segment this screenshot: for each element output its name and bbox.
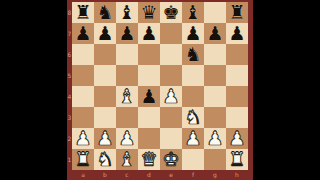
- file-label-h: h: [226, 170, 248, 179]
- square-d8[interactable]: ♛: [138, 2, 160, 23]
- black-pawn-c7[interactable]: ♟: [118, 24, 135, 43]
- square-c4[interactable]: ♝: [116, 86, 138, 107]
- square-g3[interactable]: [204, 107, 226, 128]
- white-knight-f3[interactable]: ♞: [184, 108, 201, 127]
- file-label-b: b: [94, 170, 116, 179]
- file-label-f: f: [182, 170, 204, 179]
- file-label-g: g: [204, 170, 226, 179]
- white-pawn-a2[interactable]: ♟: [74, 129, 91, 148]
- white-pawn-c2[interactable]: ♟: [118, 129, 135, 148]
- square-b4[interactable]: [94, 86, 116, 107]
- black-pawn-f7[interactable]: ♟: [184, 24, 201, 43]
- square-f5[interactable]: [182, 65, 204, 86]
- white-pawn-b2[interactable]: ♟: [96, 129, 113, 148]
- square-c5[interactable]: [116, 65, 138, 86]
- square-e5[interactable]: [160, 65, 182, 86]
- black-pawn-b7[interactable]: ♟: [96, 24, 113, 43]
- square-d1[interactable]: ♛: [138, 149, 160, 170]
- black-king-e8[interactable]: ♚: [162, 3, 179, 22]
- black-pawn-g7[interactable]: ♟: [206, 24, 223, 43]
- square-h7[interactable]: ♟: [226, 23, 248, 44]
- square-e3[interactable]: [160, 107, 182, 128]
- square-a3[interactable]: [72, 107, 94, 128]
- square-f4[interactable]: [182, 86, 204, 107]
- square-b2[interactable]: ♟: [94, 128, 116, 149]
- square-f1[interactable]: [182, 149, 204, 170]
- square-a7[interactable]: ♟: [72, 23, 94, 44]
- file-label-e: e: [160, 170, 182, 179]
- square-f3[interactable]: ♞: [182, 107, 204, 128]
- square-a2[interactable]: ♟: [72, 128, 94, 149]
- square-c7[interactable]: ♟: [116, 23, 138, 44]
- square-h2[interactable]: ♟: [226, 128, 248, 149]
- square-d2[interactable]: [138, 128, 160, 149]
- square-e4[interactable]: ♟: [160, 86, 182, 107]
- black-pawn-d4[interactable]: ♟: [140, 87, 157, 106]
- white-queen-d1[interactable]: ♛: [140, 150, 157, 169]
- square-c8[interactable]: ♝: [116, 2, 138, 23]
- square-b3[interactable]: [94, 107, 116, 128]
- square-g4[interactable]: [204, 86, 226, 107]
- black-knight-b8[interactable]: ♞: [96, 3, 113, 22]
- square-d5[interactable]: [138, 65, 160, 86]
- square-e1[interactable]: ♚: [160, 149, 182, 170]
- file-label-d: d: [138, 170, 160, 179]
- white-pawn-h2[interactable]: ♟: [228, 129, 245, 148]
- video-frame: 87654321 abcdefgh ♜♞♝♛♚♝♜♟♟♟♟♟♟♟♞♝♟♟♞♟♟♟…: [0, 0, 320, 180]
- square-b5[interactable]: [94, 65, 116, 86]
- square-f2[interactable]: ♟: [182, 128, 204, 149]
- square-g1[interactable]: [204, 149, 226, 170]
- square-g5[interactable]: [204, 65, 226, 86]
- square-e8[interactable]: ♚: [160, 2, 182, 23]
- square-a5[interactable]: [72, 65, 94, 86]
- white-pawn-g2[interactable]: ♟: [206, 129, 223, 148]
- square-b8[interactable]: ♞: [94, 2, 116, 23]
- black-knight-f6[interactable]: ♞: [184, 45, 201, 64]
- file-label-a: a: [72, 170, 94, 179]
- white-pawn-e4[interactable]: ♟: [162, 87, 179, 106]
- chess-board-frame: 87654321 abcdefgh ♜♞♝♛♚♝♜♟♟♟♟♟♟♟♞♝♟♟♞♟♟♟…: [67, 0, 253, 180]
- white-bishop-c4[interactable]: ♝: [118, 87, 135, 106]
- black-bishop-f8[interactable]: ♝: [184, 3, 201, 22]
- square-b7[interactable]: ♟: [94, 23, 116, 44]
- square-h8[interactable]: ♜: [226, 2, 248, 23]
- square-g2[interactable]: ♟: [204, 128, 226, 149]
- white-rook-h1[interactable]: ♜: [228, 150, 245, 169]
- square-h5[interactable]: [226, 65, 248, 86]
- square-d6[interactable]: [138, 44, 160, 65]
- file-labels: abcdefgh: [72, 170, 248, 179]
- black-queen-d8[interactable]: ♛: [140, 3, 157, 22]
- square-c1[interactable]: ♝: [116, 149, 138, 170]
- square-a4[interactable]: [72, 86, 94, 107]
- square-f7[interactable]: ♟: [182, 23, 204, 44]
- chess-board[interactable]: ♜♞♝♛♚♝♜♟♟♟♟♟♟♟♞♝♟♟♞♟♟♟♟♟♟♜♞♝♛♚♜: [72, 2, 248, 170]
- square-d3[interactable]: [138, 107, 160, 128]
- square-e6[interactable]: [160, 44, 182, 65]
- file-label-c: c: [116, 170, 138, 179]
- white-pawn-f2[interactable]: ♟: [184, 129, 201, 148]
- square-f6[interactable]: ♞: [182, 44, 204, 65]
- square-h4[interactable]: [226, 86, 248, 107]
- square-g8[interactable]: [204, 2, 226, 23]
- square-b6[interactable]: [94, 44, 116, 65]
- square-g7[interactable]: ♟: [204, 23, 226, 44]
- square-a1[interactable]: ♜: [72, 149, 94, 170]
- square-d4[interactable]: ♟: [138, 86, 160, 107]
- square-c6[interactable]: [116, 44, 138, 65]
- square-d7[interactable]: ♟: [138, 23, 160, 44]
- square-c3[interactable]: [116, 107, 138, 128]
- white-knight-b1[interactable]: ♞: [96, 150, 113, 169]
- square-a8[interactable]: ♜: [72, 2, 94, 23]
- square-h1[interactable]: ♜: [226, 149, 248, 170]
- black-rook-h8[interactable]: ♜: [228, 3, 245, 22]
- black-pawn-h7[interactable]: ♟: [228, 24, 245, 43]
- square-h3[interactable]: [226, 107, 248, 128]
- square-e2[interactable]: [160, 128, 182, 149]
- black-rook-a8[interactable]: ♜: [74, 3, 91, 22]
- square-h6[interactable]: [226, 44, 248, 65]
- square-a6[interactable]: [72, 44, 94, 65]
- square-b1[interactable]: ♞: [94, 149, 116, 170]
- square-e7[interactable]: [160, 23, 182, 44]
- black-pawn-d7[interactable]: ♟: [140, 24, 157, 43]
- black-pawn-a7[interactable]: ♟: [74, 24, 91, 43]
- white-king-e1[interactable]: ♚: [162, 150, 179, 169]
- square-f8[interactable]: ♝: [182, 2, 204, 23]
- white-rook-a1[interactable]: ♜: [74, 150, 91, 169]
- square-c2[interactable]: ♟: [116, 128, 138, 149]
- white-bishop-c1[interactable]: ♝: [118, 150, 135, 169]
- square-g6[interactable]: [204, 44, 226, 65]
- black-bishop-c8[interactable]: ♝: [118, 3, 135, 22]
